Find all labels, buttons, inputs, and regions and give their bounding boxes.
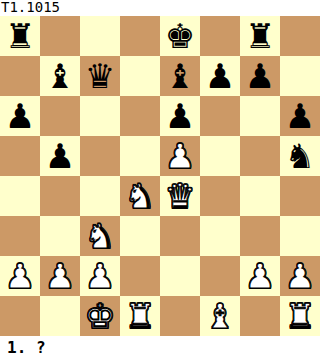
black-pawn-b5[interactable]: ♟: [45, 136, 75, 176]
black-rook-g8[interactable]: ♜: [245, 16, 275, 56]
square-g4[interactable]: [240, 176, 280, 216]
square-f8[interactable]: [200, 16, 240, 56]
square-a2[interactable]: ♟: [0, 256, 40, 296]
white-rook-d1[interactable]: ♜: [125, 296, 155, 336]
square-b1[interactable]: [40, 296, 80, 336]
square-d2[interactable]: [120, 256, 160, 296]
square-h7[interactable]: [280, 56, 320, 96]
square-f4[interactable]: [200, 176, 240, 216]
square-h1[interactable]: ♜: [280, 296, 320, 336]
square-g6[interactable]: [240, 96, 280, 136]
square-f7[interactable]: ♟: [200, 56, 240, 96]
square-d8[interactable]: [120, 16, 160, 56]
square-h6[interactable]: ♟: [280, 96, 320, 136]
black-pawn-a6[interactable]: ♟: [5, 96, 35, 136]
square-c8[interactable]: [80, 16, 120, 56]
square-e8[interactable]: ♚: [160, 16, 200, 56]
square-d1[interactable]: ♜: [120, 296, 160, 336]
square-a5[interactable]: [0, 136, 40, 176]
square-h5[interactable]: ♞: [280, 136, 320, 176]
white-knight-d4[interactable]: ♞: [125, 176, 155, 216]
white-pawn-g2[interactable]: ♟: [245, 256, 275, 296]
square-b3[interactable]: [40, 216, 80, 256]
square-d5[interactable]: [120, 136, 160, 176]
square-g1[interactable]: [240, 296, 280, 336]
white-bishop-f1[interactable]: ♝: [205, 296, 235, 336]
black-queen-c7[interactable]: ♛: [85, 56, 115, 96]
square-e7[interactable]: ♝: [160, 56, 200, 96]
square-e5[interactable]: ♟: [160, 136, 200, 176]
square-f1[interactable]: ♝: [200, 296, 240, 336]
black-pawn-f7[interactable]: ♟: [205, 56, 235, 96]
black-king-e8[interactable]: ♚: [165, 16, 195, 56]
square-g2[interactable]: ♟: [240, 256, 280, 296]
black-knight-h5[interactable]: ♞: [285, 136, 315, 176]
square-c6[interactable]: [80, 96, 120, 136]
square-e4[interactable]: ♛: [160, 176, 200, 216]
square-b2[interactable]: ♟: [40, 256, 80, 296]
square-b4[interactable]: [40, 176, 80, 216]
square-a8[interactable]: ♜: [0, 16, 40, 56]
black-bishop-b7[interactable]: ♝: [45, 56, 75, 96]
square-g8[interactable]: ♜: [240, 16, 280, 56]
white-rook-h1[interactable]: ♜: [285, 296, 315, 336]
square-h3[interactable]: [280, 216, 320, 256]
white-pawn-a2[interactable]: ♟: [5, 256, 35, 296]
white-pawn-e5[interactable]: ♟: [165, 136, 195, 176]
white-queen-e4[interactable]: ♛: [165, 176, 195, 216]
square-a3[interactable]: [0, 216, 40, 256]
title-bar: T1.1015: [0, 0, 320, 16]
white-king-c1[interactable]: ♚: [85, 296, 115, 336]
white-pawn-c2[interactable]: ♟: [85, 256, 115, 296]
square-c4[interactable]: [80, 176, 120, 216]
status-bar: 1. ?: [0, 336, 320, 360]
square-d7[interactable]: [120, 56, 160, 96]
white-pawn-h2[interactable]: ♟: [285, 256, 315, 296]
square-c5[interactable]: [80, 136, 120, 176]
square-d4[interactable]: ♞: [120, 176, 160, 216]
square-h2[interactable]: ♟: [280, 256, 320, 296]
chess-board: ♜♚♜♝♛♝♟♟♟♟♟♟♟♞♞♛♞♟♟♟♟♟♚♜♝♜: [0, 16, 320, 336]
square-c7[interactable]: ♛: [80, 56, 120, 96]
square-b6[interactable]: [40, 96, 80, 136]
black-pawn-h6[interactable]: ♟: [285, 96, 315, 136]
black-bishop-e7[interactable]: ♝: [165, 56, 195, 96]
square-e1[interactable]: [160, 296, 200, 336]
square-f3[interactable]: [200, 216, 240, 256]
square-f6[interactable]: [200, 96, 240, 136]
square-d6[interactable]: [120, 96, 160, 136]
white-knight-c3[interactable]: ♞: [85, 216, 115, 256]
square-c1[interactable]: ♚: [80, 296, 120, 336]
square-e2[interactable]: [160, 256, 200, 296]
square-g7[interactable]: ♟: [240, 56, 280, 96]
square-f2[interactable]: [200, 256, 240, 296]
puzzle-id: T1.1015: [1, 0, 60, 15]
square-c2[interactable]: ♟: [80, 256, 120, 296]
square-b8[interactable]: [40, 16, 80, 56]
black-rook-a8[interactable]: ♜: [5, 16, 35, 56]
square-h4[interactable]: [280, 176, 320, 216]
move-prompt: 1. ?: [7, 338, 46, 357]
square-b5[interactable]: ♟: [40, 136, 80, 176]
square-c3[interactable]: ♞: [80, 216, 120, 256]
square-a6[interactable]: ♟: [0, 96, 40, 136]
square-a4[interactable]: [0, 176, 40, 216]
square-a7[interactable]: [0, 56, 40, 96]
square-b7[interactable]: ♝: [40, 56, 80, 96]
white-pawn-b2[interactable]: ♟: [45, 256, 75, 296]
square-g5[interactable]: [240, 136, 280, 176]
square-e6[interactable]: ♟: [160, 96, 200, 136]
black-pawn-e6[interactable]: ♟: [165, 96, 195, 136]
black-pawn-g7[interactable]: ♟: [245, 56, 275, 96]
square-f5[interactable]: [200, 136, 240, 176]
square-a1[interactable]: [0, 296, 40, 336]
square-e3[interactable]: [160, 216, 200, 256]
square-d3[interactable]: [120, 216, 160, 256]
square-g3[interactable]: [240, 216, 280, 256]
square-h8[interactable]: [280, 16, 320, 56]
